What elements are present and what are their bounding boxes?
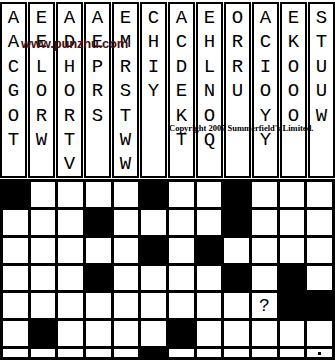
grid-cell[interactable] bbox=[3, 210, 28, 235]
bank-letter: O bbox=[254, 79, 277, 103]
watermark: www.punzhu.com bbox=[21, 36, 128, 51]
grid-cell[interactable] bbox=[224, 349, 249, 357]
grid-cell[interactable] bbox=[31, 293, 56, 318]
grid-cell[interactable] bbox=[58, 349, 83, 357]
grid-cell[interactable] bbox=[252, 238, 277, 263]
grid-cell[interactable] bbox=[86, 182, 111, 207]
black-cell bbox=[280, 266, 305, 291]
bank-letter: U bbox=[226, 79, 249, 103]
grid-cell[interactable] bbox=[31, 182, 56, 207]
grid-cell[interactable] bbox=[307, 321, 332, 346]
grid-cell[interactable] bbox=[114, 293, 139, 318]
letter-column: EHLNOQ bbox=[196, 2, 223, 178]
letter-column: ADHORTV bbox=[56, 2, 83, 178]
bank-letter: R bbox=[114, 55, 137, 79]
bank-letter: R bbox=[58, 104, 81, 128]
grid-cell[interactable] bbox=[86, 349, 111, 357]
bank-letter: L bbox=[30, 55, 53, 79]
grid-cell[interactable] bbox=[3, 293, 28, 318]
grid-cell[interactable] bbox=[114, 266, 139, 291]
grid-cell[interactable] bbox=[169, 182, 194, 207]
bank-letter: O bbox=[282, 79, 305, 103]
grid-cell[interactable] bbox=[224, 238, 249, 263]
bank-letter: W bbox=[30, 128, 53, 152]
bank-letter: A bbox=[2, 6, 25, 30]
black-cell bbox=[307, 293, 332, 318]
letter-column: AACGOT bbox=[0, 2, 27, 178]
black-cell bbox=[224, 182, 249, 207]
letter-column: EELORW bbox=[28, 2, 55, 178]
bank-letter: A bbox=[254, 6, 277, 30]
bank-letter: O bbox=[282, 55, 305, 79]
grid-cell[interactable] bbox=[58, 238, 83, 263]
grid-cell[interactable] bbox=[169, 210, 194, 235]
black-cell bbox=[224, 210, 249, 235]
black-cell bbox=[169, 321, 194, 346]
grid-cell[interactable] bbox=[252, 266, 277, 291]
prefilled-question-mark: ? bbox=[259, 297, 270, 315]
grid-cell[interactable] bbox=[3, 266, 28, 291]
bank-letter: C bbox=[2, 55, 25, 79]
bank-letter: U bbox=[310, 79, 333, 103]
fallen-phrases-puzzle: AACGOTEELORWADHORTVAEPRSEMRSTWWCHIYACDEK… bbox=[0, 0, 335, 360]
grid-cell[interactable] bbox=[252, 210, 277, 235]
bank-letter: O bbox=[226, 6, 249, 30]
letter-column: ACDEKT bbox=[168, 2, 195, 178]
bank-letter: R bbox=[30, 104, 53, 128]
grid-cell[interactable] bbox=[224, 321, 249, 346]
bank-letter: T bbox=[2, 128, 25, 152]
period-cell bbox=[307, 349, 332, 357]
grid-cell[interactable] bbox=[114, 182, 139, 207]
bank-letter: L bbox=[198, 55, 221, 79]
bank-letter: T bbox=[310, 30, 333, 54]
grid-cell[interactable] bbox=[197, 321, 222, 346]
grid-cell[interactable] bbox=[224, 293, 249, 318]
black-cell bbox=[280, 293, 305, 318]
bank-letter: R bbox=[86, 79, 109, 103]
grid-cell[interactable] bbox=[141, 210, 166, 235]
letter-column: EMRSTWW bbox=[112, 2, 139, 178]
bank-letter: A bbox=[86, 6, 109, 30]
grid-cell[interactable] bbox=[58, 293, 83, 318]
bank-letter: E bbox=[30, 6, 53, 30]
bank-letter: P bbox=[86, 55, 109, 79]
grid-cell[interactable] bbox=[86, 238, 111, 263]
grid-cell[interactable] bbox=[114, 321, 139, 346]
black-cell bbox=[141, 238, 166, 263]
grid-cell[interactable] bbox=[58, 182, 83, 207]
grid-cell[interactable] bbox=[86, 293, 111, 318]
bank-letter: W bbox=[114, 152, 137, 176]
bank-letter: H bbox=[198, 30, 221, 54]
grid-cell[interactable] bbox=[252, 321, 277, 346]
grid-cell[interactable] bbox=[280, 238, 305, 263]
bank-letter: I bbox=[254, 55, 277, 79]
grid-cell[interactable] bbox=[114, 349, 139, 357]
copyright-notice: Copyright 2007 Summerfield's Limited. bbox=[169, 123, 314, 133]
grid-cell[interactable] bbox=[141, 293, 166, 318]
bank-letter: T bbox=[114, 104, 137, 128]
grid-cell[interactable] bbox=[280, 182, 305, 207]
grid-cell[interactable] bbox=[169, 349, 194, 357]
grid-cell[interactable] bbox=[169, 293, 194, 318]
letter-column: EKOOO bbox=[280, 2, 307, 178]
bank-letter: V bbox=[58, 152, 81, 176]
prefilled-period bbox=[318, 352, 321, 355]
grid-cell[interactable] bbox=[114, 210, 139, 235]
grid-cell[interactable] bbox=[280, 321, 305, 346]
bank-letter: S bbox=[114, 79, 137, 103]
grid-cell[interactable] bbox=[280, 210, 305, 235]
grid-cell[interactable] bbox=[114, 238, 139, 263]
bank-letter: E bbox=[114, 6, 137, 30]
bank-letter: T bbox=[58, 128, 81, 152]
bank-letter: C bbox=[170, 30, 193, 54]
bank-letter: C bbox=[254, 30, 277, 54]
grid-cell[interactable] bbox=[169, 266, 194, 291]
grid-cell[interactable] bbox=[307, 210, 332, 235]
grid-cell[interactable] bbox=[280, 349, 305, 357]
black-cell bbox=[86, 266, 111, 291]
bank-letter: O bbox=[2, 104, 25, 128]
bank-letter: A bbox=[58, 6, 81, 30]
letter-column: ORRU bbox=[224, 2, 251, 178]
black-cell bbox=[224, 266, 249, 291]
grid-cell[interactable] bbox=[197, 182, 222, 207]
bank-letter: R bbox=[226, 30, 249, 54]
black-cell bbox=[197, 238, 222, 263]
grid-cell[interactable] bbox=[58, 210, 83, 235]
letter-column: AEPRS bbox=[84, 2, 111, 178]
black-cell bbox=[141, 182, 166, 207]
black-cell bbox=[3, 182, 28, 207]
bank-letter: K bbox=[282, 30, 305, 54]
bank-letter: S bbox=[310, 6, 333, 30]
grid-cell[interactable] bbox=[307, 266, 332, 291]
bank-letter: W bbox=[114, 128, 137, 152]
bank-letter: E bbox=[282, 6, 305, 30]
grid-cell[interactable] bbox=[197, 266, 222, 291]
bank-letter: R bbox=[226, 55, 249, 79]
bank-letter: O bbox=[58, 79, 81, 103]
grid-cell[interactable] bbox=[197, 349, 222, 357]
bank-letter: A bbox=[170, 6, 193, 30]
grid-cell[interactable] bbox=[141, 266, 166, 291]
grid-cell[interactable] bbox=[3, 238, 28, 263]
grid-cell[interactable] bbox=[197, 293, 222, 318]
grid-cell[interactable] bbox=[58, 266, 83, 291]
bank-letter: C bbox=[142, 6, 165, 30]
letter-column: STUUW bbox=[308, 2, 335, 178]
grid-cell[interactable] bbox=[31, 266, 56, 291]
bank-letter: I bbox=[142, 55, 165, 79]
puzzle-grid: ? bbox=[0, 179, 335, 360]
grid-cell[interactable] bbox=[3, 349, 28, 357]
bank-letter: D bbox=[170, 55, 193, 79]
bank-letter: E bbox=[198, 6, 221, 30]
black-cell bbox=[31, 321, 56, 346]
bank-letter: N bbox=[198, 79, 221, 103]
bank-letter: E bbox=[170, 79, 193, 103]
grid-cell[interactable] bbox=[307, 182, 332, 207]
grid-cell[interactable] bbox=[31, 349, 56, 357]
letter-column: CHIY bbox=[140, 2, 167, 178]
bank-letter: O bbox=[30, 79, 53, 103]
grid-cell[interactable] bbox=[252, 182, 277, 207]
bank-letter: U bbox=[310, 55, 333, 79]
bank-letter: H bbox=[142, 30, 165, 54]
grid-cell[interactable] bbox=[141, 321, 166, 346]
grid-cell[interactable] bbox=[3, 321, 28, 346]
grid-cell[interactable] bbox=[169, 238, 194, 263]
bank-letter: S bbox=[86, 104, 109, 128]
black-cell bbox=[141, 349, 166, 357]
grid-cell[interactable] bbox=[252, 349, 277, 357]
grid-cell[interactable] bbox=[86, 321, 111, 346]
bank-letter: Y bbox=[142, 79, 165, 103]
letter-column: ACIOYY bbox=[252, 2, 279, 178]
grid-cell[interactable] bbox=[58, 321, 83, 346]
grid-cell[interactable] bbox=[307, 238, 332, 263]
bank-letter: G bbox=[2, 79, 25, 103]
bank-letter: H bbox=[58, 55, 81, 79]
black-cell bbox=[86, 210, 111, 235]
question-cell: ? bbox=[252, 293, 277, 318]
grid-cell[interactable] bbox=[31, 210, 56, 235]
grid-cell[interactable] bbox=[197, 210, 222, 235]
letter-bank: AACGOTEELORWADHORTVAEPRSEMRSTWWCHIYACDEK… bbox=[0, 2, 335, 178]
grid-cell[interactable] bbox=[31, 238, 56, 263]
